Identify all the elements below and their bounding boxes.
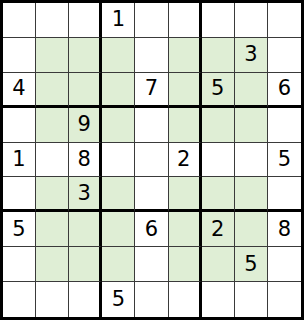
sudoku-cell-empty[interactable]: [69, 212, 102, 247]
sudoku-cell-empty[interactable]: [3, 38, 36, 73]
sudoku-cell-given[interactable]: 5: [268, 143, 301, 178]
sudoku-cell-empty[interactable]: [69, 73, 102, 108]
sudoku-cell-empty[interactable]: [235, 108, 268, 143]
sudoku-cell-empty[interactable]: [202, 3, 235, 38]
sudoku-cell-given[interactable]: 5: [102, 282, 135, 317]
sudoku-cell-given[interactable]: 3: [69, 177, 102, 212]
sudoku-cell-given[interactable]: 9: [69, 108, 102, 143]
sudoku-cell-empty[interactable]: [135, 108, 168, 143]
sudoku-cell-given[interactable]: 7: [135, 73, 168, 108]
sudoku-cell-empty[interactable]: [235, 212, 268, 247]
sudoku-cell-empty[interactable]: [36, 38, 69, 73]
sudoku-cell-empty[interactable]: [235, 282, 268, 317]
sudoku-cell-given[interactable]: 8: [69, 143, 102, 178]
sudoku-cell-empty[interactable]: [102, 247, 135, 282]
sudoku-cell-empty[interactable]: [135, 38, 168, 73]
sudoku-cell-empty[interactable]: [102, 143, 135, 178]
sudoku-cell-empty[interactable]: [135, 143, 168, 178]
sudoku-cell-empty[interactable]: [3, 108, 36, 143]
sudoku-cell-given[interactable]: 8: [268, 212, 301, 247]
sudoku-cell-empty[interactable]: [3, 247, 36, 282]
sudoku-cell-empty[interactable]: [169, 212, 202, 247]
sudoku-cell-empty[interactable]: [102, 212, 135, 247]
sudoku-cell-empty[interactable]: [135, 3, 168, 38]
sudoku-cell-empty[interactable]: [169, 108, 202, 143]
sudoku-cell-empty[interactable]: [202, 143, 235, 178]
sudoku-cell-given[interactable]: 5: [3, 212, 36, 247]
sudoku-cell-given[interactable]: 6: [135, 212, 168, 247]
sudoku-cell-empty[interactable]: [235, 143, 268, 178]
sudoku-cell-empty[interactable]: [3, 282, 36, 317]
sudoku-cell-empty[interactable]: [268, 38, 301, 73]
sudoku-cell-given[interactable]: 6: [268, 73, 301, 108]
sudoku-cell-empty[interactable]: [268, 108, 301, 143]
sudoku-cell-empty[interactable]: [69, 38, 102, 73]
sudoku-cell-given[interactable]: 5: [235, 247, 268, 282]
sudoku-cell-empty[interactable]: [169, 177, 202, 212]
sudoku-cell-empty[interactable]: [102, 177, 135, 212]
sudoku-cell-empty[interactable]: [3, 3, 36, 38]
sudoku-cell-empty[interactable]: [69, 3, 102, 38]
sudoku-cell-empty[interactable]: [202, 177, 235, 212]
sudoku-cell-empty[interactable]: [36, 212, 69, 247]
sudoku-cell-empty[interactable]: [36, 143, 69, 178]
sudoku-cell-empty[interactable]: [69, 282, 102, 317]
sudoku-cell-given[interactable]: 1: [102, 3, 135, 38]
sudoku-cell-empty[interactable]: [36, 3, 69, 38]
sudoku-cell-given[interactable]: 2: [202, 212, 235, 247]
sudoku-cell-empty[interactable]: [135, 247, 168, 282]
sudoku-cell-empty[interactable]: [169, 247, 202, 282]
sudoku-cell-empty[interactable]: [3, 177, 36, 212]
sudoku-cell-empty[interactable]: [169, 73, 202, 108]
sudoku-cell-empty[interactable]: [202, 282, 235, 317]
sudoku-cell-given[interactable]: 2: [169, 143, 202, 178]
sudoku-board: 134756918253562855: [0, 0, 304, 320]
sudoku-cell-empty[interactable]: [202, 38, 235, 73]
sudoku-cell-given[interactable]: 1: [3, 143, 36, 178]
sudoku-cell-empty[interactable]: [268, 3, 301, 38]
sudoku-cell-empty[interactable]: [102, 38, 135, 73]
sudoku-cell-empty[interactable]: [69, 247, 102, 282]
sudoku-cell-empty[interactable]: [36, 177, 69, 212]
sudoku-cell-empty[interactable]: [202, 108, 235, 143]
sudoku-cell-empty[interactable]: [169, 3, 202, 38]
sudoku-cell-empty[interactable]: [169, 38, 202, 73]
sudoku-cell-empty[interactable]: [36, 247, 69, 282]
sudoku-cell-empty[interactable]: [268, 177, 301, 212]
sudoku-cell-empty[interactable]: [36, 73, 69, 108]
sudoku-cell-given[interactable]: 4: [3, 73, 36, 108]
sudoku-cell-empty[interactable]: [36, 108, 69, 143]
sudoku-cell-empty[interactable]: [135, 177, 168, 212]
sudoku-puzzle: 134756918253562855: [0, 0, 304, 320]
sudoku-cell-empty[interactable]: [202, 247, 235, 282]
sudoku-cell-empty[interactable]: [135, 282, 168, 317]
sudoku-cell-empty[interactable]: [235, 177, 268, 212]
sudoku-cell-empty[interactable]: [102, 73, 135, 108]
sudoku-cell-empty[interactable]: [36, 282, 69, 317]
sudoku-cell-empty[interactable]: [268, 282, 301, 317]
sudoku-cell-empty[interactable]: [235, 73, 268, 108]
sudoku-cell-empty[interactable]: [268, 247, 301, 282]
sudoku-cell-empty[interactable]: [169, 282, 202, 317]
sudoku-cell-empty[interactable]: [102, 108, 135, 143]
sudoku-cell-empty[interactable]: [235, 3, 268, 38]
sudoku-cell-given[interactable]: 3: [235, 38, 268, 73]
sudoku-cell-given[interactable]: 5: [202, 73, 235, 108]
